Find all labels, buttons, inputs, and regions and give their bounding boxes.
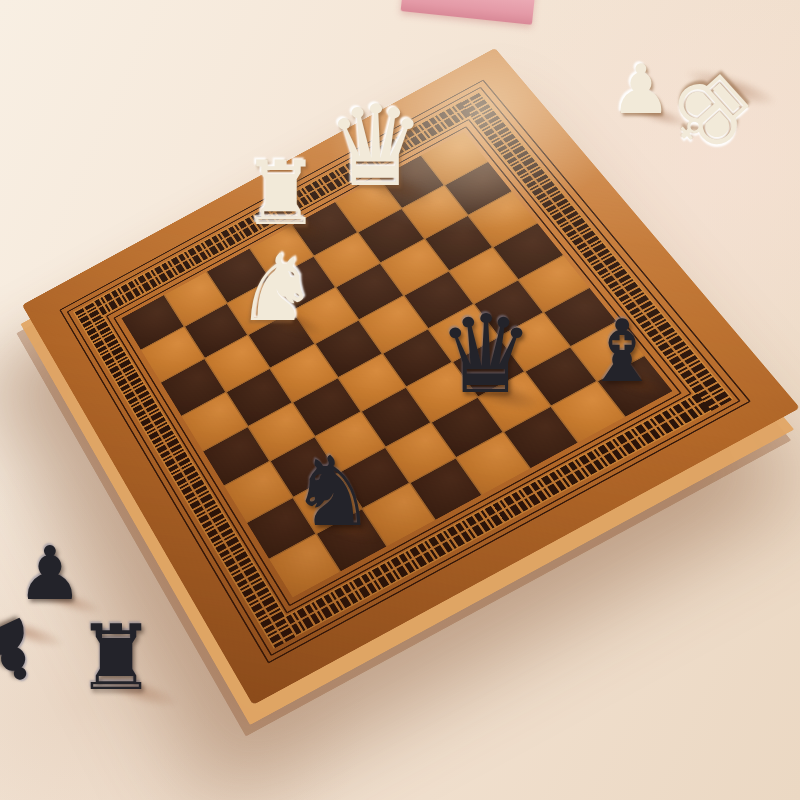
white-knight-glyph: ♞ bbox=[236, 243, 318, 335]
piece-black-pawn-lying[interactable]: ♟ bbox=[10, 652, 80, 730]
piece-black-rook-table[interactable]: ♜ bbox=[116, 690, 197, 780]
black-rook-glyph: ♜ bbox=[76, 613, 157, 703]
piece-white-queen[interactable]: ♛ bbox=[376, 186, 476, 298]
black-queen-glyph: ♛ bbox=[438, 301, 535, 409]
photo-scene: ♛♜♞♝♛♞♟♚♟♜♟ bbox=[0, 0, 800, 800]
black-bishop-glyph: ♝ bbox=[583, 308, 660, 394]
piece-white-king-table[interactable]: ♚ bbox=[710, 112, 796, 208]
piece-black-queen[interactable]: ♛ bbox=[486, 394, 583, 502]
piece-black-bishop[interactable]: ♝ bbox=[622, 382, 699, 468]
white-rook-glyph: ♜ bbox=[242, 150, 321, 238]
white-queen-glyph: ♛ bbox=[326, 90, 426, 202]
black-pawn-glyph: ♟ bbox=[17, 536, 83, 610]
piece-black-knight[interactable]: ♞ bbox=[333, 527, 419, 623]
piece-white-knight[interactable]: ♞ bbox=[277, 322, 359, 414]
pink-box-edge bbox=[401, 0, 536, 25]
black-knight-glyph: ♞ bbox=[290, 444, 376, 540]
